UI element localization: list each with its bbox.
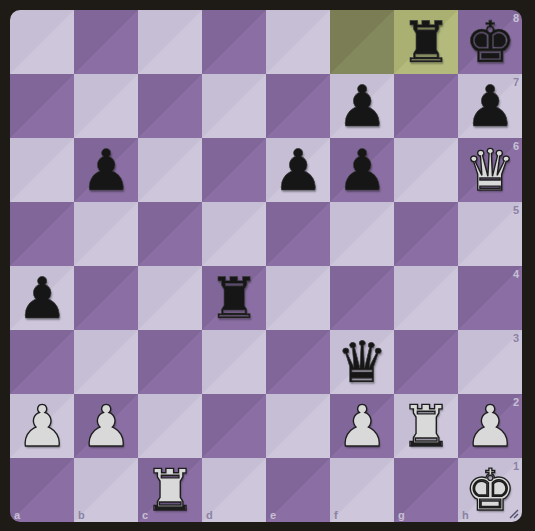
coord-file-d: d <box>206 509 213 521</box>
square-b1[interactable]: b <box>74 458 138 522</box>
coord-file-g: g <box>398 509 405 521</box>
coord-file-f: f <box>334 509 338 521</box>
square-d3[interactable] <box>202 330 266 394</box>
square-g6[interactable] <box>394 138 458 202</box>
black-pawn[interactable]: ♟ <box>10 266 74 330</box>
square-g1[interactable]: g <box>394 458 458 522</box>
black-king[interactable]: ♚ <box>458 10 522 74</box>
square-e1[interactable]: e <box>266 458 330 522</box>
square-e7[interactable] <box>266 74 330 138</box>
square-h2[interactable]: 2♟ <box>458 394 522 458</box>
white-pawn[interactable]: ♟ <box>458 394 522 458</box>
square-a2[interactable]: ♟ <box>10 394 74 458</box>
square-f1[interactable]: f <box>330 458 394 522</box>
square-d1[interactable]: d <box>202 458 266 522</box>
square-h7[interactable]: 7♟ <box>458 74 522 138</box>
square-d2[interactable] <box>202 394 266 458</box>
square-a8[interactable] <box>10 10 74 74</box>
square-h4[interactable]: 4 <box>458 266 522 330</box>
black-rook[interactable]: ♜ <box>202 266 266 330</box>
square-a4[interactable]: ♟ <box>10 266 74 330</box>
black-rook[interactable]: ♜ <box>394 10 458 74</box>
square-a1[interactable]: a <box>10 458 74 522</box>
square-g4[interactable] <box>394 266 458 330</box>
square-e2[interactable] <box>266 394 330 458</box>
coord-rank-5: 5 <box>513 204 519 216</box>
white-pawn[interactable]: ♟ <box>330 394 394 458</box>
square-c3[interactable] <box>138 330 202 394</box>
black-queen[interactable]: ♛ <box>330 330 394 394</box>
square-f3[interactable]: ♛ <box>330 330 394 394</box>
square-f7[interactable]: ♟ <box>330 74 394 138</box>
black-pawn[interactable]: ♟ <box>330 74 394 138</box>
square-g3[interactable] <box>394 330 458 394</box>
square-b6[interactable]: ♟ <box>74 138 138 202</box>
square-e4[interactable] <box>266 266 330 330</box>
square-f4[interactable] <box>330 266 394 330</box>
square-d7[interactable] <box>202 74 266 138</box>
square-h5[interactable]: 5 <box>458 202 522 266</box>
black-pawn[interactable]: ♟ <box>330 138 394 202</box>
square-e3[interactable] <box>266 330 330 394</box>
white-pawn[interactable]: ♟ <box>10 394 74 458</box>
square-c5[interactable] <box>138 202 202 266</box>
coord-file-a: a <box>14 509 20 521</box>
square-g7[interactable] <box>394 74 458 138</box>
square-g5[interactable] <box>394 202 458 266</box>
black-pawn[interactable]: ♟ <box>74 138 138 202</box>
square-c7[interactable] <box>138 74 202 138</box>
square-g2[interactable]: ♜ <box>394 394 458 458</box>
square-e6[interactable]: ♟ <box>266 138 330 202</box>
square-d4[interactable]: ♜ <box>202 266 266 330</box>
square-b4[interactable] <box>74 266 138 330</box>
black-pawn[interactable]: ♟ <box>266 138 330 202</box>
coord-file-b: b <box>78 509 85 521</box>
square-f2[interactable]: ♟ <box>330 394 394 458</box>
chess-board[interactable]: ♜8♚♟7♟♟♟♟6♛5♟♜4♛3♟♟♟♜2♟abc♜defg1h♚ <box>10 10 522 522</box>
square-f8[interactable] <box>330 10 394 74</box>
square-a6[interactable] <box>10 138 74 202</box>
square-h8[interactable]: 8♚ <box>458 10 522 74</box>
board-resize-handle-icon[interactable] <box>507 507 519 519</box>
square-f5[interactable] <box>330 202 394 266</box>
square-d6[interactable] <box>202 138 266 202</box>
square-c6[interactable] <box>138 138 202 202</box>
square-a3[interactable] <box>10 330 74 394</box>
coord-rank-4: 4 <box>513 268 519 280</box>
white-rook[interactable]: ♜ <box>394 394 458 458</box>
white-queen[interactable]: ♛ <box>458 138 522 202</box>
square-e8[interactable] <box>266 10 330 74</box>
square-c4[interactable] <box>138 266 202 330</box>
square-c2[interactable] <box>138 394 202 458</box>
coord-file-e: e <box>270 509 276 521</box>
coord-rank-3: 3 <box>513 332 519 344</box>
white-rook[interactable]: ♜ <box>138 458 202 522</box>
square-d8[interactable] <box>202 10 266 74</box>
square-d5[interactable] <box>202 202 266 266</box>
square-b3[interactable] <box>74 330 138 394</box>
square-e5[interactable] <box>266 202 330 266</box>
square-h6[interactable]: 6♛ <box>458 138 522 202</box>
square-b7[interactable] <box>74 74 138 138</box>
white-pawn[interactable]: ♟ <box>74 394 138 458</box>
square-b2[interactable]: ♟ <box>74 394 138 458</box>
square-g8[interactable]: ♜ <box>394 10 458 74</box>
square-b5[interactable] <box>74 202 138 266</box>
page-background: ♜8♚♟7♟♟♟♟6♛5♟♜4♛3♟♟♟♜2♟abc♜defg1h♚ <box>0 0 535 531</box>
square-f6[interactable]: ♟ <box>330 138 394 202</box>
square-b8[interactable] <box>74 10 138 74</box>
square-h3[interactable]: 3 <box>458 330 522 394</box>
square-a7[interactable] <box>10 74 74 138</box>
square-c8[interactable] <box>138 10 202 74</box>
black-pawn[interactable]: ♟ <box>458 74 522 138</box>
square-a5[interactable] <box>10 202 74 266</box>
square-c1[interactable]: c♜ <box>138 458 202 522</box>
